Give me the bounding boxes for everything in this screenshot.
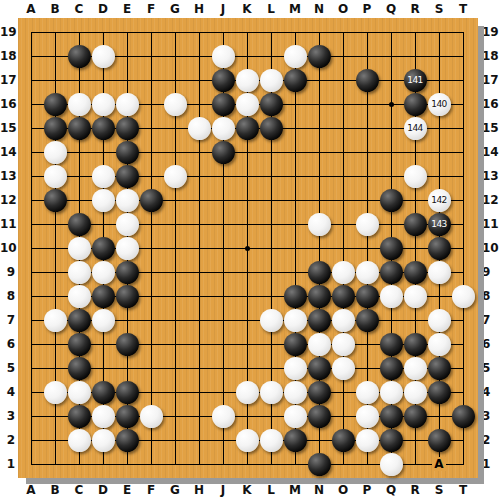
point-L1[interactable]: [259, 452, 283, 476]
point-Q8[interactable]: [379, 284, 403, 308]
point-J14[interactable]: [211, 140, 235, 164]
point-B18[interactable]: [43, 44, 67, 68]
point-J10[interactable]: [211, 236, 235, 260]
point-T19[interactable]: [451, 20, 475, 44]
point-J13[interactable]: [211, 164, 235, 188]
point-B15[interactable]: [43, 116, 67, 140]
point-G1[interactable]: [163, 452, 187, 476]
point-A2[interactable]: [19, 428, 43, 452]
point-M1[interactable]: [283, 452, 307, 476]
point-B12[interactable]: [43, 188, 67, 212]
point-D9[interactable]: [91, 260, 115, 284]
point-Q16[interactable]: [379, 92, 403, 116]
point-T10[interactable]: [451, 236, 475, 260]
point-D2[interactable]: [91, 428, 115, 452]
point-C15[interactable]: [67, 116, 91, 140]
point-E8[interactable]: [115, 284, 139, 308]
point-H9[interactable]: [187, 260, 211, 284]
point-J6[interactable]: [211, 332, 235, 356]
point-O10[interactable]: [331, 236, 355, 260]
point-R7[interactable]: [403, 308, 427, 332]
point-D18[interactable]: [91, 44, 115, 68]
point-Q9[interactable]: [379, 260, 403, 284]
point-M16[interactable]: [283, 92, 307, 116]
point-P1[interactable]: [355, 452, 379, 476]
point-L2[interactable]: [259, 428, 283, 452]
point-G4[interactable]: [163, 380, 187, 404]
point-K6[interactable]: [235, 332, 259, 356]
point-K12[interactable]: [235, 188, 259, 212]
point-T6[interactable]: [451, 332, 475, 356]
point-N8[interactable]: [307, 284, 331, 308]
point-F17[interactable]: [139, 68, 163, 92]
point-P11[interactable]: [355, 212, 379, 236]
point-C17[interactable]: [67, 68, 91, 92]
point-D13[interactable]: [91, 164, 115, 188]
point-B16[interactable]: [43, 92, 67, 116]
point-E19[interactable]: [115, 20, 139, 44]
point-P17[interactable]: [355, 68, 379, 92]
point-O14[interactable]: [331, 140, 355, 164]
point-P6[interactable]: [355, 332, 379, 356]
point-N11[interactable]: [307, 212, 331, 236]
point-D7[interactable]: [91, 308, 115, 332]
point-F16[interactable]: [139, 92, 163, 116]
point-S5[interactable]: [427, 356, 451, 380]
point-J7[interactable]: [211, 308, 235, 332]
point-F12[interactable]: [139, 188, 163, 212]
point-Q14[interactable]: [379, 140, 403, 164]
point-G10[interactable]: [163, 236, 187, 260]
point-B14[interactable]: [43, 140, 67, 164]
point-S16[interactable]: 140: [427, 92, 451, 116]
point-L10[interactable]: [259, 236, 283, 260]
point-S14[interactable]: [427, 140, 451, 164]
point-E15[interactable]: [115, 116, 139, 140]
point-N14[interactable]: [307, 140, 331, 164]
point-H3[interactable]: [187, 404, 211, 428]
point-E17[interactable]: [115, 68, 139, 92]
point-O8[interactable]: [331, 284, 355, 308]
point-T12[interactable]: [451, 188, 475, 212]
point-P13[interactable]: [355, 164, 379, 188]
point-B8[interactable]: [43, 284, 67, 308]
point-H10[interactable]: [187, 236, 211, 260]
point-C16[interactable]: [67, 92, 91, 116]
point-Q11[interactable]: [379, 212, 403, 236]
point-R16[interactable]: [403, 92, 427, 116]
point-A13[interactable]: [19, 164, 43, 188]
point-M15[interactable]: [283, 116, 307, 140]
point-M18[interactable]: [283, 44, 307, 68]
point-R4[interactable]: [403, 380, 427, 404]
point-A16[interactable]: [19, 92, 43, 116]
point-E9[interactable]: [115, 260, 139, 284]
point-K3[interactable]: [235, 404, 259, 428]
point-A5[interactable]: [19, 356, 43, 380]
point-J12[interactable]: [211, 188, 235, 212]
point-D17[interactable]: [91, 68, 115, 92]
point-G6[interactable]: [163, 332, 187, 356]
point-H4[interactable]: [187, 380, 211, 404]
point-L8[interactable]: [259, 284, 283, 308]
point-D1[interactable]: [91, 452, 115, 476]
point-P4[interactable]: [355, 380, 379, 404]
point-L16[interactable]: [259, 92, 283, 116]
point-Q3[interactable]: [379, 404, 403, 428]
point-C9[interactable]: [67, 260, 91, 284]
point-M12[interactable]: [283, 188, 307, 212]
point-L18[interactable]: [259, 44, 283, 68]
point-K5[interactable]: [235, 356, 259, 380]
point-R12[interactable]: [403, 188, 427, 212]
point-G18[interactable]: [163, 44, 187, 68]
point-C7[interactable]: [67, 308, 91, 332]
point-P14[interactable]: [355, 140, 379, 164]
point-L4[interactable]: [259, 380, 283, 404]
point-A14[interactable]: [19, 140, 43, 164]
point-G19[interactable]: [163, 20, 187, 44]
point-P10[interactable]: [355, 236, 379, 260]
point-G13[interactable]: [163, 164, 187, 188]
point-A12[interactable]: [19, 188, 43, 212]
point-F15[interactable]: [139, 116, 163, 140]
point-H7[interactable]: [187, 308, 211, 332]
point-C13[interactable]: [67, 164, 91, 188]
point-T14[interactable]: [451, 140, 475, 164]
point-P16[interactable]: [355, 92, 379, 116]
point-R11[interactable]: [403, 212, 427, 236]
point-N5[interactable]: [307, 356, 331, 380]
point-L9[interactable]: [259, 260, 283, 284]
point-Q5[interactable]: [379, 356, 403, 380]
point-S19[interactable]: [427, 20, 451, 44]
point-J2[interactable]: [211, 428, 235, 452]
point-C5[interactable]: [67, 356, 91, 380]
point-B7[interactable]: [43, 308, 67, 332]
point-K14[interactable]: [235, 140, 259, 164]
point-H5[interactable]: [187, 356, 211, 380]
point-H18[interactable]: [187, 44, 211, 68]
point-R10[interactable]: [403, 236, 427, 260]
point-R15[interactable]: 144: [403, 116, 427, 140]
point-P2[interactable]: [355, 428, 379, 452]
point-P12[interactable]: [355, 188, 379, 212]
point-D14[interactable]: [91, 140, 115, 164]
point-J9[interactable]: [211, 260, 235, 284]
point-C18[interactable]: [67, 44, 91, 68]
point-M17[interactable]: [283, 68, 307, 92]
point-P5[interactable]: [355, 356, 379, 380]
point-Q17[interactable]: [379, 68, 403, 92]
point-B3[interactable]: [43, 404, 67, 428]
point-A7[interactable]: [19, 308, 43, 332]
point-K13[interactable]: [235, 164, 259, 188]
point-P18[interactable]: [355, 44, 379, 68]
point-Q7[interactable]: [379, 308, 403, 332]
point-S17[interactable]: [427, 68, 451, 92]
point-L11[interactable]: [259, 212, 283, 236]
point-J11[interactable]: [211, 212, 235, 236]
point-K1[interactable]: [235, 452, 259, 476]
point-T13[interactable]: [451, 164, 475, 188]
point-H15[interactable]: [187, 116, 211, 140]
point-R6[interactable]: [403, 332, 427, 356]
point-K19[interactable]: [235, 20, 259, 44]
point-S18[interactable]: [427, 44, 451, 68]
point-J1[interactable]: [211, 452, 235, 476]
point-N3[interactable]: [307, 404, 331, 428]
point-M11[interactable]: [283, 212, 307, 236]
point-Q2[interactable]: [379, 428, 403, 452]
point-A4[interactable]: [19, 380, 43, 404]
point-L5[interactable]: [259, 356, 283, 380]
point-F3[interactable]: [139, 404, 163, 428]
point-T11[interactable]: [451, 212, 475, 236]
point-G15[interactable]: [163, 116, 187, 140]
point-M19[interactable]: [283, 20, 307, 44]
point-K10[interactable]: [235, 236, 259, 260]
point-G16[interactable]: [163, 92, 187, 116]
point-S10[interactable]: [427, 236, 451, 260]
point-M7[interactable]: [283, 308, 307, 332]
point-N9[interactable]: [307, 260, 331, 284]
point-C12[interactable]: [67, 188, 91, 212]
point-P15[interactable]: [355, 116, 379, 140]
point-N2[interactable]: [307, 428, 331, 452]
point-K11[interactable]: [235, 212, 259, 236]
point-S4[interactable]: [427, 380, 451, 404]
point-E14[interactable]: [115, 140, 139, 164]
point-S2[interactable]: [427, 428, 451, 452]
point-L12[interactable]: [259, 188, 283, 212]
point-D8[interactable]: [91, 284, 115, 308]
point-F13[interactable]: [139, 164, 163, 188]
point-M10[interactable]: [283, 236, 307, 260]
point-S15[interactable]: [427, 116, 451, 140]
point-Q13[interactable]: [379, 164, 403, 188]
point-A3[interactable]: [19, 404, 43, 428]
point-D3[interactable]: [91, 404, 115, 428]
point-R3[interactable]: [403, 404, 427, 428]
point-N12[interactable]: [307, 188, 331, 212]
point-P3[interactable]: [355, 404, 379, 428]
point-E12[interactable]: [115, 188, 139, 212]
point-A18[interactable]: [19, 44, 43, 68]
point-D10[interactable]: [91, 236, 115, 260]
point-T18[interactable]: [451, 44, 475, 68]
point-M4[interactable]: [283, 380, 307, 404]
point-N17[interactable]: [307, 68, 331, 92]
point-D5[interactable]: [91, 356, 115, 380]
point-S13[interactable]: [427, 164, 451, 188]
point-P19[interactable]: [355, 20, 379, 44]
point-B6[interactable]: [43, 332, 67, 356]
point-S3[interactable]: [427, 404, 451, 428]
point-F10[interactable]: [139, 236, 163, 260]
point-B5[interactable]: [43, 356, 67, 380]
point-E7[interactable]: [115, 308, 139, 332]
point-Q15[interactable]: [379, 116, 403, 140]
point-G14[interactable]: [163, 140, 187, 164]
point-O11[interactable]: [331, 212, 355, 236]
point-R17[interactable]: 141: [403, 68, 427, 92]
point-T17[interactable]: [451, 68, 475, 92]
point-H11[interactable]: [187, 212, 211, 236]
point-B4[interactable]: [43, 380, 67, 404]
point-F19[interactable]: [139, 20, 163, 44]
point-H14[interactable]: [187, 140, 211, 164]
point-D12[interactable]: [91, 188, 115, 212]
point-C8[interactable]: [67, 284, 91, 308]
point-R8[interactable]: [403, 284, 427, 308]
point-D15[interactable]: [91, 116, 115, 140]
point-K7[interactable]: [235, 308, 259, 332]
point-Q4[interactable]: [379, 380, 403, 404]
point-B19[interactable]: [43, 20, 67, 44]
point-L3[interactable]: [259, 404, 283, 428]
point-F5[interactable]: [139, 356, 163, 380]
point-O13[interactable]: [331, 164, 355, 188]
point-F14[interactable]: [139, 140, 163, 164]
point-L6[interactable]: [259, 332, 283, 356]
point-J16[interactable]: [211, 92, 235, 116]
point-O17[interactable]: [331, 68, 355, 92]
point-L14[interactable]: [259, 140, 283, 164]
point-J5[interactable]: [211, 356, 235, 380]
point-B2[interactable]: [43, 428, 67, 452]
point-T16[interactable]: [451, 92, 475, 116]
point-T7[interactable]: [451, 308, 475, 332]
point-M6[interactable]: [283, 332, 307, 356]
point-N13[interactable]: [307, 164, 331, 188]
point-C4[interactable]: [67, 380, 91, 404]
point-M13[interactable]: [283, 164, 307, 188]
point-R9[interactable]: [403, 260, 427, 284]
point-A11[interactable]: [19, 212, 43, 236]
point-K16[interactable]: [235, 92, 259, 116]
point-Q19[interactable]: [379, 20, 403, 44]
point-O19[interactable]: [331, 20, 355, 44]
point-H12[interactable]: [187, 188, 211, 212]
point-N10[interactable]: [307, 236, 331, 260]
point-A8[interactable]: [19, 284, 43, 308]
point-B17[interactable]: [43, 68, 67, 92]
point-P8[interactable]: [355, 284, 379, 308]
point-M5[interactable]: [283, 356, 307, 380]
point-N1[interactable]: [307, 452, 331, 476]
point-T8[interactable]: [451, 284, 475, 308]
point-O12[interactable]: [331, 188, 355, 212]
point-G2[interactable]: [163, 428, 187, 452]
point-J3[interactable]: [211, 404, 235, 428]
point-R14[interactable]: [403, 140, 427, 164]
point-E11[interactable]: [115, 212, 139, 236]
point-S7[interactable]: [427, 308, 451, 332]
point-D6[interactable]: [91, 332, 115, 356]
point-B11[interactable]: [43, 212, 67, 236]
point-O4[interactable]: [331, 380, 355, 404]
point-E3[interactable]: [115, 404, 139, 428]
point-T1[interactable]: [451, 452, 475, 476]
point-G9[interactable]: [163, 260, 187, 284]
point-K15[interactable]: [235, 116, 259, 140]
point-J18[interactable]: [211, 44, 235, 68]
point-C10[interactable]: [67, 236, 91, 260]
point-K18[interactable]: [235, 44, 259, 68]
point-G8[interactable]: [163, 284, 187, 308]
point-P9[interactable]: [355, 260, 379, 284]
point-K8[interactable]: [235, 284, 259, 308]
point-A9[interactable]: [19, 260, 43, 284]
point-T2[interactable]: [451, 428, 475, 452]
point-D16[interactable]: [91, 92, 115, 116]
point-L17[interactable]: [259, 68, 283, 92]
point-E13[interactable]: [115, 164, 139, 188]
point-A6[interactable]: [19, 332, 43, 356]
point-D11[interactable]: [91, 212, 115, 236]
point-G5[interactable]: [163, 356, 187, 380]
point-N7[interactable]: [307, 308, 331, 332]
point-H17[interactable]: [187, 68, 211, 92]
point-C11[interactable]: [67, 212, 91, 236]
point-F11[interactable]: [139, 212, 163, 236]
point-M14[interactable]: [283, 140, 307, 164]
point-H19[interactable]: [187, 20, 211, 44]
point-Q10[interactable]: [379, 236, 403, 260]
point-C2[interactable]: [67, 428, 91, 452]
point-S8[interactable]: [427, 284, 451, 308]
point-F4[interactable]: [139, 380, 163, 404]
point-Q12[interactable]: [379, 188, 403, 212]
point-N16[interactable]: [307, 92, 331, 116]
point-K17[interactable]: [235, 68, 259, 92]
point-R1[interactable]: [403, 452, 427, 476]
point-Q1[interactable]: [379, 452, 403, 476]
point-P7[interactable]: [355, 308, 379, 332]
point-N18[interactable]: [307, 44, 331, 68]
point-C3[interactable]: [67, 404, 91, 428]
point-O3[interactable]: [331, 404, 355, 428]
point-F2[interactable]: [139, 428, 163, 452]
point-H2[interactable]: [187, 428, 211, 452]
point-H1[interactable]: [187, 452, 211, 476]
point-B13[interactable]: [43, 164, 67, 188]
point-S11[interactable]: 143: [427, 212, 451, 236]
point-A17[interactable]: [19, 68, 43, 92]
point-A1[interactable]: [19, 452, 43, 476]
point-T4[interactable]: [451, 380, 475, 404]
point-T9[interactable]: [451, 260, 475, 284]
point-A10[interactable]: [19, 236, 43, 260]
point-L13[interactable]: [259, 164, 283, 188]
point-F6[interactable]: [139, 332, 163, 356]
point-C14[interactable]: [67, 140, 91, 164]
point-E1[interactable]: [115, 452, 139, 476]
point-H8[interactable]: [187, 284, 211, 308]
point-N4[interactable]: [307, 380, 331, 404]
point-K2[interactable]: [235, 428, 259, 452]
point-Q18[interactable]: [379, 44, 403, 68]
point-D4[interactable]: [91, 380, 115, 404]
point-E16[interactable]: [115, 92, 139, 116]
point-M3[interactable]: [283, 404, 307, 428]
point-T5[interactable]: [451, 356, 475, 380]
point-E6[interactable]: [115, 332, 139, 356]
point-Q6[interactable]: [379, 332, 403, 356]
point-R19[interactable]: [403, 20, 427, 44]
point-N15[interactable]: [307, 116, 331, 140]
